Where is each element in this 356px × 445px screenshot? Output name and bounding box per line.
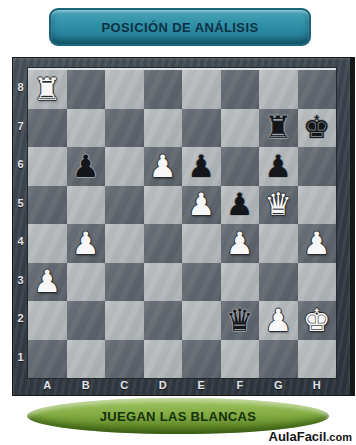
square-f3 <box>221 263 260 302</box>
square-h1 <box>298 340 337 379</box>
square-b2 <box>67 301 106 340</box>
square-c2 <box>105 301 144 340</box>
file-label-a: A <box>28 377 67 393</box>
square-b4: ♟ <box>67 224 106 263</box>
square-a6 <box>28 147 67 186</box>
page: POSICIÓN DE ANÁLISIS 87654321 ♜♜♚♟♟♟♟♟♟♛… <box>0 0 356 445</box>
white-pawn-a3: ♟ <box>33 266 61 297</box>
file-label-e: E <box>182 377 221 393</box>
square-b5 <box>67 186 106 225</box>
square-e4 <box>182 224 221 263</box>
square-b6: ♟ <box>67 147 106 186</box>
square-g6: ♟ <box>259 147 298 186</box>
rank-label-8: 8 <box>13 68 28 107</box>
square-g4 <box>259 224 298 263</box>
square-f2: ♛ <box>221 301 260 340</box>
board-grid: ♜♜♚♟♟♟♟♟♟♛♟♟♟♟♛♟♚ <box>28 68 336 378</box>
brand-name: AulaFacil <box>269 429 327 444</box>
file-labels: ABCDEFGH <box>28 377 336 393</box>
white-pawn-d6: ♟ <box>149 151 177 182</box>
page-title: POSICIÓN DE ANÁLISIS <box>101 20 258 35</box>
square-d4 <box>144 224 183 263</box>
analysis-banner: POSICIÓN DE ANÁLISIS <box>49 8 311 46</box>
square-e5: ♟ <box>182 186 221 225</box>
square-a5 <box>28 186 67 225</box>
square-d5 <box>144 186 183 225</box>
white-king-h2: ♚ <box>303 305 331 336</box>
square-c6 <box>105 147 144 186</box>
square-d2 <box>144 301 183 340</box>
square-b1 <box>67 340 106 379</box>
square-c5 <box>105 186 144 225</box>
square-b7 <box>67 109 106 148</box>
square-c8 <box>105 70 144 109</box>
brand-suffix: .com <box>326 431 352 443</box>
square-h7: ♚ <box>298 109 337 148</box>
square-a7 <box>28 109 67 148</box>
white-pawn-e5: ♟ <box>187 189 215 220</box>
square-g2: ♟ <box>259 301 298 340</box>
file-label-d: D <box>144 377 183 393</box>
white-pawn-f4: ♟ <box>226 228 254 259</box>
rank-label-4: 4 <box>13 222 28 261</box>
white-queen-g5: ♛ <box>264 189 292 220</box>
black-pawn-f5: ♟ <box>226 189 254 220</box>
rank-label-6: 6 <box>13 145 28 184</box>
square-b8 <box>67 70 106 109</box>
square-d7 <box>144 109 183 148</box>
rank-labels: 87654321 <box>13 68 28 376</box>
square-e8 <box>182 70 221 109</box>
black-pawn-e6: ♟ <box>187 151 215 182</box>
square-h5 <box>298 186 337 225</box>
file-label-g: G <box>259 377 298 393</box>
chess-board-frame: 87654321 ♜♜♚♟♟♟♟♟♟♛♟♟♟♟♛♟♚ ABCDEFGH <box>12 57 355 396</box>
file-label-f: F <box>221 377 260 393</box>
white-pawn-g2: ♟ <box>264 305 292 336</box>
square-c1 <box>105 340 144 379</box>
square-d1 <box>144 340 183 379</box>
rank-label-5: 5 <box>13 184 28 223</box>
square-e7 <box>182 109 221 148</box>
square-a2 <box>28 301 67 340</box>
square-g7: ♜ <box>259 109 298 148</box>
white-rook-a8: ♜ <box>33 74 61 105</box>
square-d8 <box>144 70 183 109</box>
black-pawn-g6: ♟ <box>264 151 292 182</box>
square-e2 <box>182 301 221 340</box>
square-g5: ♛ <box>259 186 298 225</box>
square-f7 <box>221 109 260 148</box>
file-label-b: B <box>67 377 106 393</box>
square-a8: ♜ <box>28 70 67 109</box>
square-f8 <box>221 70 260 109</box>
square-e1 <box>182 340 221 379</box>
rank-label-7: 7 <box>13 107 28 146</box>
square-g1 <box>259 340 298 379</box>
square-b3 <box>67 263 106 302</box>
square-f6 <box>221 147 260 186</box>
file-label-h: H <box>298 377 337 393</box>
black-queen-f2: ♛ <box>226 305 254 336</box>
square-h3 <box>298 263 337 302</box>
brand-watermark: AulaFacil.com <box>269 427 352 445</box>
square-d3 <box>144 263 183 302</box>
file-label-c: C <box>105 377 144 393</box>
black-pawn-b6: ♟ <box>72 151 100 182</box>
square-a3: ♟ <box>28 263 67 302</box>
square-f5: ♟ <box>221 186 260 225</box>
rank-label-3: 3 <box>13 261 28 300</box>
square-h2: ♚ <box>298 301 337 340</box>
square-g3 <box>259 263 298 302</box>
square-a1 <box>28 340 67 379</box>
white-pawn-b4: ♟ <box>72 228 100 259</box>
square-h6 <box>298 147 337 186</box>
square-h4: ♟ <box>298 224 337 263</box>
white-pawn-h4: ♟ <box>303 228 331 259</box>
black-rook-g7: ♜ <box>264 112 292 143</box>
square-a4 <box>28 224 67 263</box>
rank-label-1: 1 <box>13 338 28 377</box>
square-c7 <box>105 109 144 148</box>
square-h8 <box>298 70 337 109</box>
rank-label-2: 2 <box>13 299 28 338</box>
square-d6: ♟ <box>144 147 183 186</box>
square-f4: ♟ <box>221 224 260 263</box>
square-f1 <box>221 340 260 379</box>
square-e3 <box>182 263 221 302</box>
square-c3 <box>105 263 144 302</box>
black-king-h7: ♚ <box>303 112 331 143</box>
square-g8 <box>259 70 298 109</box>
square-e6: ♟ <box>182 147 221 186</box>
turn-indicator: JUEGAN LAS BLANCAS <box>100 409 256 424</box>
square-c4 <box>105 224 144 263</box>
